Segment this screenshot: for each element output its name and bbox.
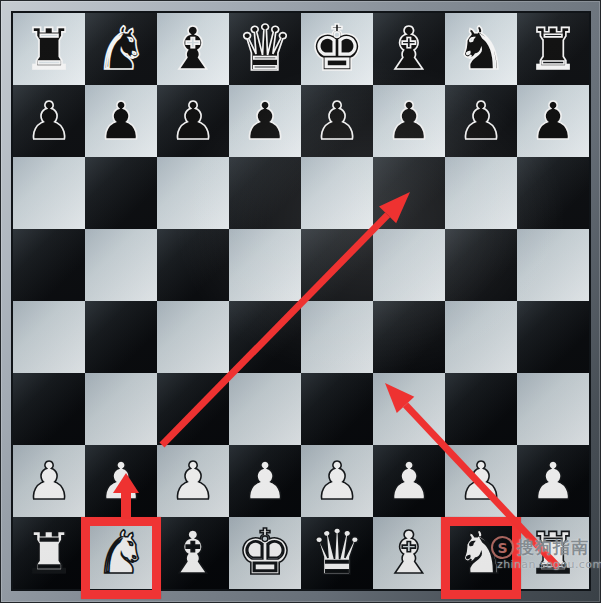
square-h6: [517, 157, 589, 229]
white-pawn: ♟: [530, 445, 577, 517]
black-pawn: ♟: [26, 85, 73, 157]
square-f4: [373, 301, 445, 373]
black-pawn: ♟: [386, 85, 433, 157]
black-bishop: ♝: [383, 13, 436, 85]
chess-board-frame: ♜♞♝♛♚♝♞♜♟♟♟♟♟♟♟♟♟♟♟♟♟♟♟♟♜♞♝♚♛♝♞♜: [11, 11, 591, 591]
square-h2: ♟: [517, 445, 589, 517]
square-b2: ♟: [85, 445, 157, 517]
black-knight: ♞: [455, 13, 508, 85]
square-d3: [229, 373, 301, 445]
square-g2: ♟: [445, 445, 517, 517]
highlight-rect-b1: [81, 517, 161, 599]
white-rook: ♜: [23, 517, 74, 589]
square-f5: [373, 229, 445, 301]
black-king: ♚: [309, 13, 365, 85]
square-e8: ♚: [301, 13, 373, 85]
black-pawn: ♟: [242, 85, 289, 157]
square-c6: [157, 157, 229, 229]
white-pawn: ♟: [242, 445, 289, 517]
black-pawn: ♟: [170, 85, 217, 157]
chess-board: ♜♞♝♛♚♝♞♜♟♟♟♟♟♟♟♟♟♟♟♟♟♟♟♟♜♞♝♚♛♝♞♜: [13, 13, 589, 589]
white-pawn: ♟: [458, 445, 505, 517]
square-a3: [13, 373, 85, 445]
black-rook: ♜: [527, 13, 578, 85]
black-knight: ♞: [95, 13, 148, 85]
black-pawn: ♟: [458, 85, 505, 157]
square-f2: ♟: [373, 445, 445, 517]
square-d5: [229, 229, 301, 301]
white-pawn: ♟: [314, 445, 361, 517]
square-e5: [301, 229, 373, 301]
square-b5: [85, 229, 157, 301]
square-b7: ♟: [85, 85, 157, 157]
watermark-site-name: 搜狗指南: [517, 536, 589, 559]
square-g8: ♞: [445, 13, 517, 85]
black-queen: ♛: [237, 13, 293, 85]
square-f1: ♝: [373, 517, 445, 589]
white-bishop: ♝: [167, 517, 220, 589]
square-f6: [373, 157, 445, 229]
white-pawn: ♟: [26, 445, 73, 517]
square-d8: ♛: [229, 13, 301, 85]
square-e7: ♟: [301, 85, 373, 157]
white-king: ♚: [237, 517, 293, 589]
square-a6: [13, 157, 85, 229]
black-pawn: ♟: [314, 85, 361, 157]
square-f7: ♟: [373, 85, 445, 157]
square-a4: [13, 301, 85, 373]
square-a1: ♜: [13, 517, 85, 589]
square-g5: [445, 229, 517, 301]
square-a7: ♟: [13, 85, 85, 157]
square-e1: ♛: [301, 517, 373, 589]
black-pawn: ♟: [530, 85, 577, 157]
square-h3: [517, 373, 589, 445]
white-queen: ♛: [309, 517, 365, 589]
white-pawn: ♟: [98, 445, 145, 517]
sogou-watermark: S 搜狗指南 zhinan.sogou.com: [491, 536, 601, 571]
square-a8: ♜: [13, 13, 85, 85]
square-d6: [229, 157, 301, 229]
square-e6: [301, 157, 373, 229]
square-e3: [301, 373, 373, 445]
square-g7: ♟: [445, 85, 517, 157]
watermark-url: zhinan.sogou.com: [497, 558, 601, 571]
square-d2: ♟: [229, 445, 301, 517]
square-c1: ♝: [157, 517, 229, 589]
square-d7: ♟: [229, 85, 301, 157]
sogou-logo-icon: S: [491, 536, 514, 559]
square-g3: [445, 373, 517, 445]
white-bishop: ♝: [383, 517, 436, 589]
square-b6: [85, 157, 157, 229]
white-pawn: ♟: [170, 445, 217, 517]
square-a2: ♟: [13, 445, 85, 517]
white-pawn: ♟: [386, 445, 433, 517]
square-c2: ♟: [157, 445, 229, 517]
square-g4: [445, 301, 517, 373]
black-bishop: ♝: [167, 13, 220, 85]
square-c3: [157, 373, 229, 445]
square-b8: ♞: [85, 13, 157, 85]
square-h5: [517, 229, 589, 301]
square-g6: [445, 157, 517, 229]
square-c4: [157, 301, 229, 373]
square-b3: [85, 373, 157, 445]
black-rook: ♜: [23, 13, 74, 85]
watermark-row: S 搜狗指南: [491, 536, 601, 559]
chess-tutorial-screenshot: ♜♞♝♛♚♝♞♜♟♟♟♟♟♟♟♟♟♟♟♟♟♟♟♟♜♞♝♚♛♝♞♜ S 搜狗指南 …: [0, 0, 601, 603]
square-a5: [13, 229, 85, 301]
square-b4: [85, 301, 157, 373]
square-e2: ♟: [301, 445, 373, 517]
square-c8: ♝: [157, 13, 229, 85]
square-f3: [373, 373, 445, 445]
square-d1: ♚: [229, 517, 301, 589]
square-c5: [157, 229, 229, 301]
square-c7: ♟: [157, 85, 229, 157]
square-h7: ♟: [517, 85, 589, 157]
square-h8: ♜: [517, 13, 589, 85]
black-pawn: ♟: [98, 85, 145, 157]
square-h4: [517, 301, 589, 373]
square-e4: [301, 301, 373, 373]
square-d4: [229, 301, 301, 373]
square-f8: ♝: [373, 13, 445, 85]
